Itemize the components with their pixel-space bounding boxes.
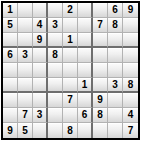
cell-r8c6[interactable]: 6: [78, 108, 93, 123]
cell-r3c7[interactable]: [93, 33, 108, 48]
cell-r6c9[interactable]: 8: [123, 78, 138, 93]
cell-r4c7[interactable]: [93, 48, 108, 63]
cell-r6c2[interactable]: [18, 78, 33, 93]
cell-r1c6[interactable]: [78, 3, 93, 18]
cell-r6c8[interactable]: 3: [108, 78, 123, 93]
cell-r4c6[interactable]: [78, 48, 93, 63]
cell-r7c6[interactable]: [78, 93, 93, 108]
cell-r7c1[interactable]: [3, 93, 18, 108]
cell-r2c8[interactable]: 8: [108, 18, 123, 33]
cell-r9c6[interactable]: [78, 123, 93, 138]
cell-r8c3[interactable]: 3: [33, 108, 48, 123]
cell-r2c3[interactable]: 4: [33, 18, 48, 33]
cell-r6c4[interactable]: [48, 78, 63, 93]
cell-r7c2[interactable]: [18, 93, 33, 108]
cell-r7c5[interactable]: 7: [63, 93, 78, 108]
cell-r7c8[interactable]: [108, 93, 123, 108]
cell-r3c2[interactable]: [18, 33, 33, 48]
cell-r1c1[interactable]: 1: [3, 3, 18, 18]
cell-r3c5[interactable]: 1: [63, 33, 78, 48]
cell-r5c6[interactable]: [78, 63, 93, 78]
cell-r9c5[interactable]: 8: [63, 123, 78, 138]
cell-r4c1[interactable]: 6: [3, 48, 18, 63]
cell-r1c9[interactable]: 9: [123, 3, 138, 18]
cell-r5c9[interactable]: [123, 63, 138, 78]
cell-r6c5[interactable]: [63, 78, 78, 93]
cell-r2c9[interactable]: [123, 18, 138, 33]
cell-r1c2[interactable]: [18, 3, 33, 18]
cell-r4c3[interactable]: [33, 48, 48, 63]
cell-r4c4[interactable]: 8: [48, 48, 63, 63]
cell-r8c9[interactable]: 4: [123, 108, 138, 123]
cell-r7c3[interactable]: [33, 93, 48, 108]
cell-r5c5[interactable]: [63, 63, 78, 78]
cell-r4c2[interactable]: 3: [18, 48, 33, 63]
cell-r3c6[interactable]: [78, 33, 93, 48]
cell-r6c7[interactable]: [93, 78, 108, 93]
cell-r3c1[interactable]: [3, 33, 18, 48]
cell-r1c7[interactable]: [93, 3, 108, 18]
sudoku-board: 1269543789163813879736849587: [1, 1, 140, 140]
cell-r1c4[interactable]: [48, 3, 63, 18]
cell-r5c8[interactable]: [108, 63, 123, 78]
cell-r8c2[interactable]: 7: [18, 108, 33, 123]
cell-r6c1[interactable]: [3, 78, 18, 93]
cell-r2c7[interactable]: 7: [93, 18, 108, 33]
cell-r8c4[interactable]: [48, 108, 63, 123]
cell-r7c4[interactable]: [48, 93, 63, 108]
cell-r9c9[interactable]: 7: [123, 123, 138, 138]
cell-r3c9[interactable]: [123, 33, 138, 48]
cell-r9c8[interactable]: [108, 123, 123, 138]
cell-r7c9[interactable]: [123, 93, 138, 108]
cell-r2c1[interactable]: 5: [3, 18, 18, 33]
cell-r5c2[interactable]: [18, 63, 33, 78]
cell-r6c6[interactable]: 1: [78, 78, 93, 93]
cell-r8c5[interactable]: [63, 108, 78, 123]
cell-r8c7[interactable]: 8: [93, 108, 108, 123]
cell-r8c1[interactable]: [3, 108, 18, 123]
cell-r4c8[interactable]: [108, 48, 123, 63]
cell-r7c7[interactable]: 9: [93, 93, 108, 108]
cell-r9c4[interactable]: [48, 123, 63, 138]
cell-r1c5[interactable]: 2: [63, 3, 78, 18]
cell-r4c9[interactable]: [123, 48, 138, 63]
cell-r9c1[interactable]: 9: [3, 123, 18, 138]
cell-r3c8[interactable]: [108, 33, 123, 48]
cell-r1c3[interactable]: [33, 3, 48, 18]
cell-r3c4[interactable]: [48, 33, 63, 48]
cell-r2c5[interactable]: [63, 18, 78, 33]
cell-r2c4[interactable]: 3: [48, 18, 63, 33]
cell-r1c8[interactable]: 6: [108, 3, 123, 18]
cell-r5c7[interactable]: [93, 63, 108, 78]
cell-r9c2[interactable]: 5: [18, 123, 33, 138]
cell-r9c3[interactable]: [33, 123, 48, 138]
cell-r2c2[interactable]: [18, 18, 33, 33]
cell-r5c3[interactable]: [33, 63, 48, 78]
cell-r5c4[interactable]: [48, 63, 63, 78]
cell-r9c7[interactable]: [93, 123, 108, 138]
cell-r2c6[interactable]: [78, 18, 93, 33]
cell-r5c1[interactable]: [3, 63, 18, 78]
cell-r6c3[interactable]: [33, 78, 48, 93]
cell-r8c8[interactable]: [108, 108, 123, 123]
cell-r3c3[interactable]: 9: [33, 33, 48, 48]
cell-r4c5[interactable]: [63, 48, 78, 63]
